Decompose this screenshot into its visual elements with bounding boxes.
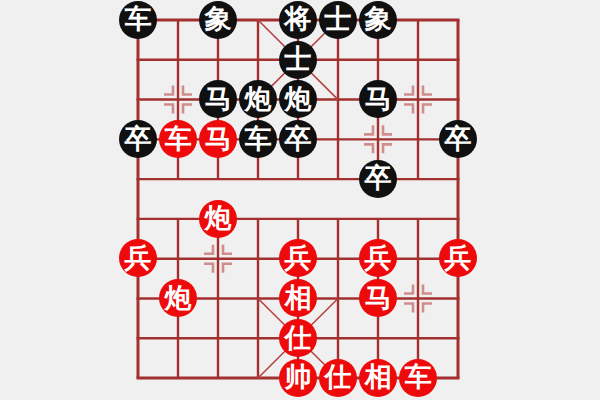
piece-glyph: 车 bbox=[405, 363, 432, 390]
piece-glyph: 卒 bbox=[125, 125, 152, 152]
piece-black-chariot[interactable]: 车 bbox=[239, 120, 277, 158]
piece-red-elephant[interactable]: 相 bbox=[359, 359, 397, 397]
piece-red-cannon[interactable]: 炮 bbox=[199, 200, 237, 238]
piece-glyph: 马 bbox=[365, 284, 392, 311]
piece-glyph: 车 bbox=[125, 5, 152, 32]
piece-red-elephant[interactable]: 相 bbox=[279, 279, 317, 317]
piece-glyph: 车 bbox=[165, 125, 192, 152]
piece-glyph: 炮 bbox=[285, 85, 312, 112]
piece-red-chariot[interactable]: 车 bbox=[159, 120, 197, 158]
piece-glyph: 马 bbox=[205, 85, 232, 112]
piece-red-soldier[interactable]: 兵 bbox=[439, 239, 477, 277]
piece-glyph: 兵 bbox=[365, 244, 392, 271]
piece-black-general[interactable]: 将 bbox=[279, 1, 317, 39]
piece-red-general[interactable]: 帅 bbox=[279, 359, 317, 397]
piece-black-chariot[interactable]: 车 bbox=[119, 1, 157, 39]
piece-glyph: 象 bbox=[205, 5, 232, 32]
piece-red-chariot[interactable]: 车 bbox=[399, 359, 437, 397]
piece-glyph: 相 bbox=[285, 284, 312, 311]
piece-black-elephant[interactable]: 象 bbox=[199, 1, 237, 39]
piece-red-soldier[interactable]: 兵 bbox=[359, 239, 397, 277]
piece-black-cannon[interactable]: 炮 bbox=[279, 80, 317, 118]
piece-glyph: 马 bbox=[205, 125, 232, 152]
piece-black-soldier[interactable]: 卒 bbox=[119, 120, 157, 158]
piece-red-advisor[interactable]: 仕 bbox=[279, 319, 317, 357]
piece-glyph: 士 bbox=[285, 45, 312, 72]
piece-glyph: 将 bbox=[285, 5, 312, 32]
piece-glyph: 车 bbox=[245, 125, 272, 152]
piece-glyph: 马 bbox=[365, 85, 392, 112]
piece-black-soldier[interactable]: 卒 bbox=[439, 120, 477, 158]
xiangqi-screenshot: 车象将士象士马炮炮马卒车马车卒卒卒炮兵兵兵兵炮相马仕帅仕相车 bbox=[0, 0, 600, 400]
piece-glyph: 帅 bbox=[285, 363, 312, 390]
piece-red-horse[interactable]: 马 bbox=[199, 120, 237, 158]
piece-glyph: 相 bbox=[365, 363, 392, 390]
piece-black-horse[interactable]: 马 bbox=[359, 80, 397, 118]
piece-glyph: 炮 bbox=[245, 85, 272, 112]
piece-black-soldier[interactable]: 卒 bbox=[359, 160, 397, 198]
piece-black-advisor[interactable]: 士 bbox=[319, 1, 357, 39]
board-intersections[interactable]: 车象将士象士马炮炮马卒车马车卒卒卒炮兵兵兵兵炮相马仕帅仕相车 bbox=[118, 0, 478, 398]
piece-red-cannon[interactable]: 炮 bbox=[159, 279, 197, 317]
piece-glyph: 兵 bbox=[445, 244, 472, 271]
piece-glyph: 卒 bbox=[285, 125, 312, 152]
piece-glyph: 兵 bbox=[125, 244, 152, 271]
piece-black-horse[interactable]: 马 bbox=[199, 80, 237, 118]
piece-glyph: 炮 bbox=[205, 204, 232, 231]
piece-glyph: 炮 bbox=[165, 284, 192, 311]
piece-red-advisor[interactable]: 仕 bbox=[319, 359, 357, 397]
piece-glyph: 卒 bbox=[445, 125, 472, 152]
piece-black-advisor[interactable]: 士 bbox=[279, 41, 317, 79]
piece-glyph: 仕 bbox=[285, 324, 312, 351]
piece-glyph: 卒 bbox=[365, 164, 392, 191]
xiangqi-board[interactable]: 车象将士象士马炮炮马卒车马车卒卒卒炮兵兵兵兵炮相马仕帅仕相车 bbox=[0, 0, 600, 400]
piece-red-soldier[interactable]: 兵 bbox=[279, 239, 317, 277]
piece-red-soldier[interactable]: 兵 bbox=[119, 239, 157, 277]
piece-glyph: 象 bbox=[365, 5, 392, 32]
piece-black-soldier[interactable]: 卒 bbox=[279, 120, 317, 158]
piece-red-horse[interactable]: 马 bbox=[359, 279, 397, 317]
piece-black-cannon[interactable]: 炮 bbox=[239, 80, 277, 118]
piece-black-elephant[interactable]: 象 bbox=[359, 1, 397, 39]
piece-glyph: 士 bbox=[325, 5, 352, 32]
piece-glyph: 兵 bbox=[285, 244, 312, 271]
piece-glyph: 仕 bbox=[325, 363, 352, 390]
